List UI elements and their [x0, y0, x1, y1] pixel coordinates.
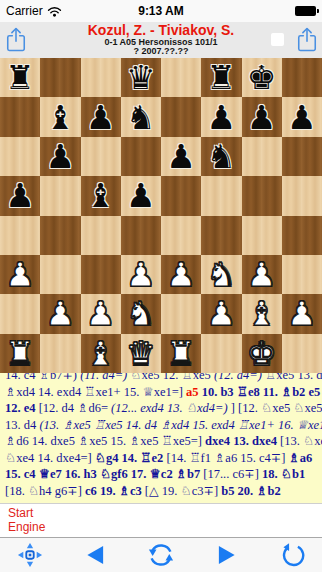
piece-black-pawn: ♟ [287, 98, 317, 137]
square-f5[interactable] [201, 176, 241, 215]
piece-black-rook: ♜ [5, 58, 35, 97]
app-root: Carrier 9:13 AM [0, 0, 322, 572]
rotate-button[interactable] [277, 540, 307, 570]
square-d2[interactable]: ♞ [121, 294, 161, 333]
move-pad-icon [17, 542, 43, 568]
refresh-icon [148, 542, 174, 568]
square-e6[interactable]: ♟ [161, 137, 201, 176]
square-c4[interactable] [81, 216, 121, 255]
move-pad-button[interactable] [15, 540, 45, 570]
piece-black-pawn: ♟ [247, 98, 277, 137]
square-c2[interactable]: ♟ [81, 294, 121, 333]
square-f2[interactable]: ♟ [201, 294, 241, 333]
square-b7[interactable]: ♝ [40, 97, 80, 136]
move-line: [18. ♘h4 g6∓] c6 19. ♗c3 [△ 19. ♘c3∓] b5… [5, 483, 317, 500]
square-a4[interactable] [0, 216, 40, 255]
engine-label[interactable]: Engine [8, 520, 322, 534]
piece-black-pawn: ♟ [5, 176, 35, 215]
move-segment[interactable]: [14. ♖f1 ♗a6 15. c4∓] [166, 451, 288, 465]
engine-start-label[interactable]: Start [8, 506, 322, 520]
square-b6[interactable]: ♟ [40, 137, 80, 176]
piece-white-pawn: ♟ [166, 255, 196, 294]
square-d3[interactable]: ♟ [121, 255, 161, 294]
square-a5[interactable]: ♟ [0, 176, 40, 215]
piece-white-pawn: ♟ [86, 294, 116, 333]
piece-black-rook: ♜ [207, 58, 237, 97]
move-segment[interactable]: ♗a6 [289, 451, 313, 465]
square-a3[interactable]: ♟ [0, 255, 40, 294]
previous-move-icon [85, 544, 106, 566]
move-segment[interactable]: ♗xd4 14. exd4 ♖xe1+ 15. ♕xe1=] [5, 385, 186, 399]
square-h4[interactable] [282, 216, 322, 255]
square-f3[interactable]: ♞ [201, 255, 241, 294]
chess-board[interactable]: ♜♛♜♚♝♟♞♟♟♟♟♟♞♟♝♟♟♟♟♞♟♟♟♞♟♝♟♜♝♛♜♚ [0, 58, 322, 373]
square-e1[interactable]: ♜ [161, 334, 201, 373]
piece-black-pawn: ♟ [46, 137, 76, 176]
move-segment[interactable]: ♘xe4 14. dxe4=] [5, 451, 95, 465]
square-c7[interactable]: ♟ [81, 97, 121, 136]
square-h2[interactable]: ♟ [282, 294, 322, 333]
square-g5[interactable] [242, 176, 282, 215]
move-line: 15. c4 ♕e7 16. h3 ♘gf6 17. ♕c2 ♗b7 [17..… [5, 466, 317, 483]
header: Kozul, Z. - Tiviakov, S. 0-1 A05 Hersoni… [0, 22, 322, 58]
square-c8[interactable] [81, 58, 121, 97]
square-g8[interactable]: ♚ [242, 58, 282, 97]
square-c6[interactable] [81, 137, 121, 176]
game-date: ? 2007.??.?? [0, 47, 322, 56]
move-segment[interactable]: dxe4 13. dxe4 [205, 434, 280, 448]
move-segment[interactable]: 12. e4 [5, 401, 39, 415]
square-f8[interactable]: ♜ [201, 58, 241, 97]
square-h7[interactable]: ♟ [282, 97, 322, 136]
move-segment[interactable]: [△ 19. ♘c3∓] [145, 484, 221, 498]
move-segment[interactable]: 15. c4 ♕e7 16. h3 ♘gf6 17. ♕c2 ♗b7 [5, 467, 203, 481]
square-d4[interactable] [121, 216, 161, 255]
move-segment[interactable]: ♘g4 14. ♖e2 [95, 451, 167, 465]
move-segment[interactable]: ♘xe5 12. ♖xe5 [130, 373, 214, 382]
square-d1[interactable]: ♛ [121, 334, 161, 373]
square-e7[interactable] [161, 97, 201, 136]
engine-panel: Start Engine [0, 503, 322, 537]
square-e2[interactable] [161, 294, 201, 333]
piece-white-pawn: ♟ [287, 294, 317, 333]
square-h5[interactable] [282, 176, 322, 215]
move-segment[interactable]: ♗d6 14. dxe5 ♗xe5 15. ♗xe5 ♖xe5=] [5, 434, 205, 448]
piece-black-pawn: ♟ [86, 98, 116, 137]
current-move[interactable]: a5 [186, 385, 199, 399]
square-b2[interactable]: ♟ [40, 294, 80, 333]
square-g6[interactable] [242, 137, 282, 176]
square-e4[interactable] [161, 216, 201, 255]
move-line: 14. c4 ♗b7∓) (11. d4=) ♘xe5 12. ♖xe5 (12… [5, 373, 317, 384]
marker-button[interactable] [271, 33, 284, 46]
move-line: ♗d6 14. dxe5 ♗xe5 15. ♗xe5 ♖xe5=] dxe4 1… [5, 433, 317, 450]
square-d8[interactable]: ♛ [121, 58, 161, 97]
status-bar: Carrier 9:13 AM [0, 0, 322, 22]
rotate-icon [280, 543, 305, 568]
piece-white-pawn: ♟ [247, 255, 277, 294]
piece-black-bishop: ♝ [86, 176, 116, 215]
square-e8[interactable] [161, 58, 201, 97]
piece-black-knight: ♞ [207, 137, 237, 176]
piece-white-knight: ♞ [126, 294, 156, 333]
move-segment[interactable]: (11. d4=) [80, 373, 130, 382]
square-c1[interactable]: ♝ [81, 334, 121, 373]
move-segment[interactable]: 18. ♘b1 [262, 467, 305, 481]
piece-black-pawn: ♟ [166, 137, 196, 176]
square-h3[interactable] [282, 255, 322, 294]
piece-white-pawn: ♟ [5, 255, 35, 294]
move-segment[interactable]: b5 20. ♗b2 [221, 484, 281, 498]
toolbar [0, 537, 322, 572]
square-g3[interactable]: ♟ [242, 255, 282, 294]
square-a6[interactable] [0, 137, 40, 176]
square-h1[interactable] [282, 334, 322, 373]
square-b4[interactable] [40, 216, 80, 255]
piece-black-queen: ♛ [126, 58, 156, 97]
move-line: 13. d4 (13. ♗xe5 ♖xe5 14. d4 ♗xd4 15. ex… [5, 417, 317, 434]
square-g1[interactable]: ♚ [242, 334, 282, 373]
square-f4[interactable] [201, 216, 241, 255]
move-segment[interactable]: [17... c6∓] [203, 467, 262, 481]
piece-white-pawn: ♟ [46, 294, 76, 333]
square-a1[interactable]: ♜ [0, 334, 40, 373]
refresh-button[interactable] [146, 540, 176, 570]
piece-white-king: ♚ [247, 334, 277, 373]
square-d5[interactable]: ♟ [121, 176, 161, 215]
move-segment[interactable]: [12. d4 ♗d6= [39, 401, 111, 415]
square-c5[interactable]: ♝ [81, 176, 121, 215]
next-move-button[interactable] [212, 540, 242, 570]
previous-move-button[interactable] [81, 540, 111, 570]
square-d7[interactable]: ♞ [121, 97, 161, 136]
square-c3[interactable] [81, 255, 121, 294]
square-b5[interactable] [40, 176, 80, 215]
move-line: ♘xe4 14. dxe4=] ♘g4 14. ♖e2 [14. ♖f1 ♗a6… [5, 450, 317, 467]
move-segment[interactable]: (12. d4=) [214, 373, 265, 382]
piece-black-knight: ♞ [126, 98, 156, 137]
piece-white-knight: ♞ [207, 255, 237, 294]
piece-black-pawn: ♟ [207, 98, 237, 137]
move-segment[interactable]: (13. ♗xe5 ♖xe5 14. d4 ♗xd4 15. exd4 ♖xe1… [39, 418, 322, 432]
move-line: 12. e4 [12. d4 ♗d6= (12... exd4 13. ♘xd4… [5, 400, 317, 417]
move-segment[interactable]: ♖xe5 13. d4 [265, 373, 322, 382]
square-g4[interactable] [242, 216, 282, 255]
move-segment[interactable]: ] [12. ♘xe5 ♘xe5 [228, 401, 322, 415]
square-f6[interactable]: ♞ [201, 137, 241, 176]
move-line: ♗xd4 14. exd4 ♖xe1+ 15. ♕xe1=] a5 10. b3… [5, 384, 317, 401]
square-f1[interactable] [201, 334, 241, 373]
move-segment[interactable]: c6 19. ♗c3 [85, 484, 145, 498]
square-b1[interactable] [40, 334, 80, 373]
square-a7[interactable] [0, 97, 40, 136]
piece-black-bishop: ♝ [46, 98, 76, 137]
move-list[interactable]: 14. c4 ♗b7∓) (11. d4=) ♘xe5 12. ♖xe5 (12… [0, 373, 322, 503]
clock: 9:13 AM [0, 4, 322, 18]
square-a8[interactable]: ♜ [0, 58, 40, 97]
piece-white-pawn: ♟ [126, 255, 156, 294]
square-b3[interactable] [40, 255, 80, 294]
piece-white-bishop: ♝ [86, 334, 116, 373]
square-d6[interactable] [121, 137, 161, 176]
piece-black-pawn: ♟ [126, 176, 156, 215]
next-move-icon [216, 544, 237, 566]
move-segment[interactable]: [18. ♘h4 g6∓] [5, 484, 85, 498]
battery-icon [295, 6, 316, 16]
move-segment[interactable]: [13. ♘xe4 [280, 434, 322, 448]
piece-white-queen: ♛ [126, 334, 156, 373]
square-h6[interactable] [282, 137, 322, 176]
square-g2[interactable]: ♝ [242, 294, 282, 333]
square-f7[interactable]: ♟ [201, 97, 241, 136]
piece-white-rook: ♜ [5, 334, 35, 373]
piece-black-king: ♚ [247, 58, 277, 97]
move-segment[interactable]: 10. b3 ♖e8 11. ♗b2 e5 [199, 385, 321, 399]
square-b8[interactable] [40, 58, 80, 97]
piece-white-pawn: ♟ [207, 294, 237, 333]
piece-white-rook: ♜ [166, 334, 196, 373]
square-e5[interactable] [161, 176, 201, 215]
move-segment[interactable]: (12... exd4 13. ♘xd4=) [111, 401, 228, 415]
share-right-button[interactable] [295, 26, 319, 54]
square-a2[interactable] [0, 294, 40, 333]
square-g7[interactable]: ♟ [242, 97, 282, 136]
piece-white-bishop: ♝ [247, 294, 277, 333]
square-h8[interactable] [282, 58, 322, 97]
move-segment[interactable]: 14. c4 ♗b7∓) [5, 373, 80, 382]
move-segment[interactable]: 13. d4 [5, 418, 39, 432]
square-e3[interactable]: ♟ [161, 255, 201, 294]
